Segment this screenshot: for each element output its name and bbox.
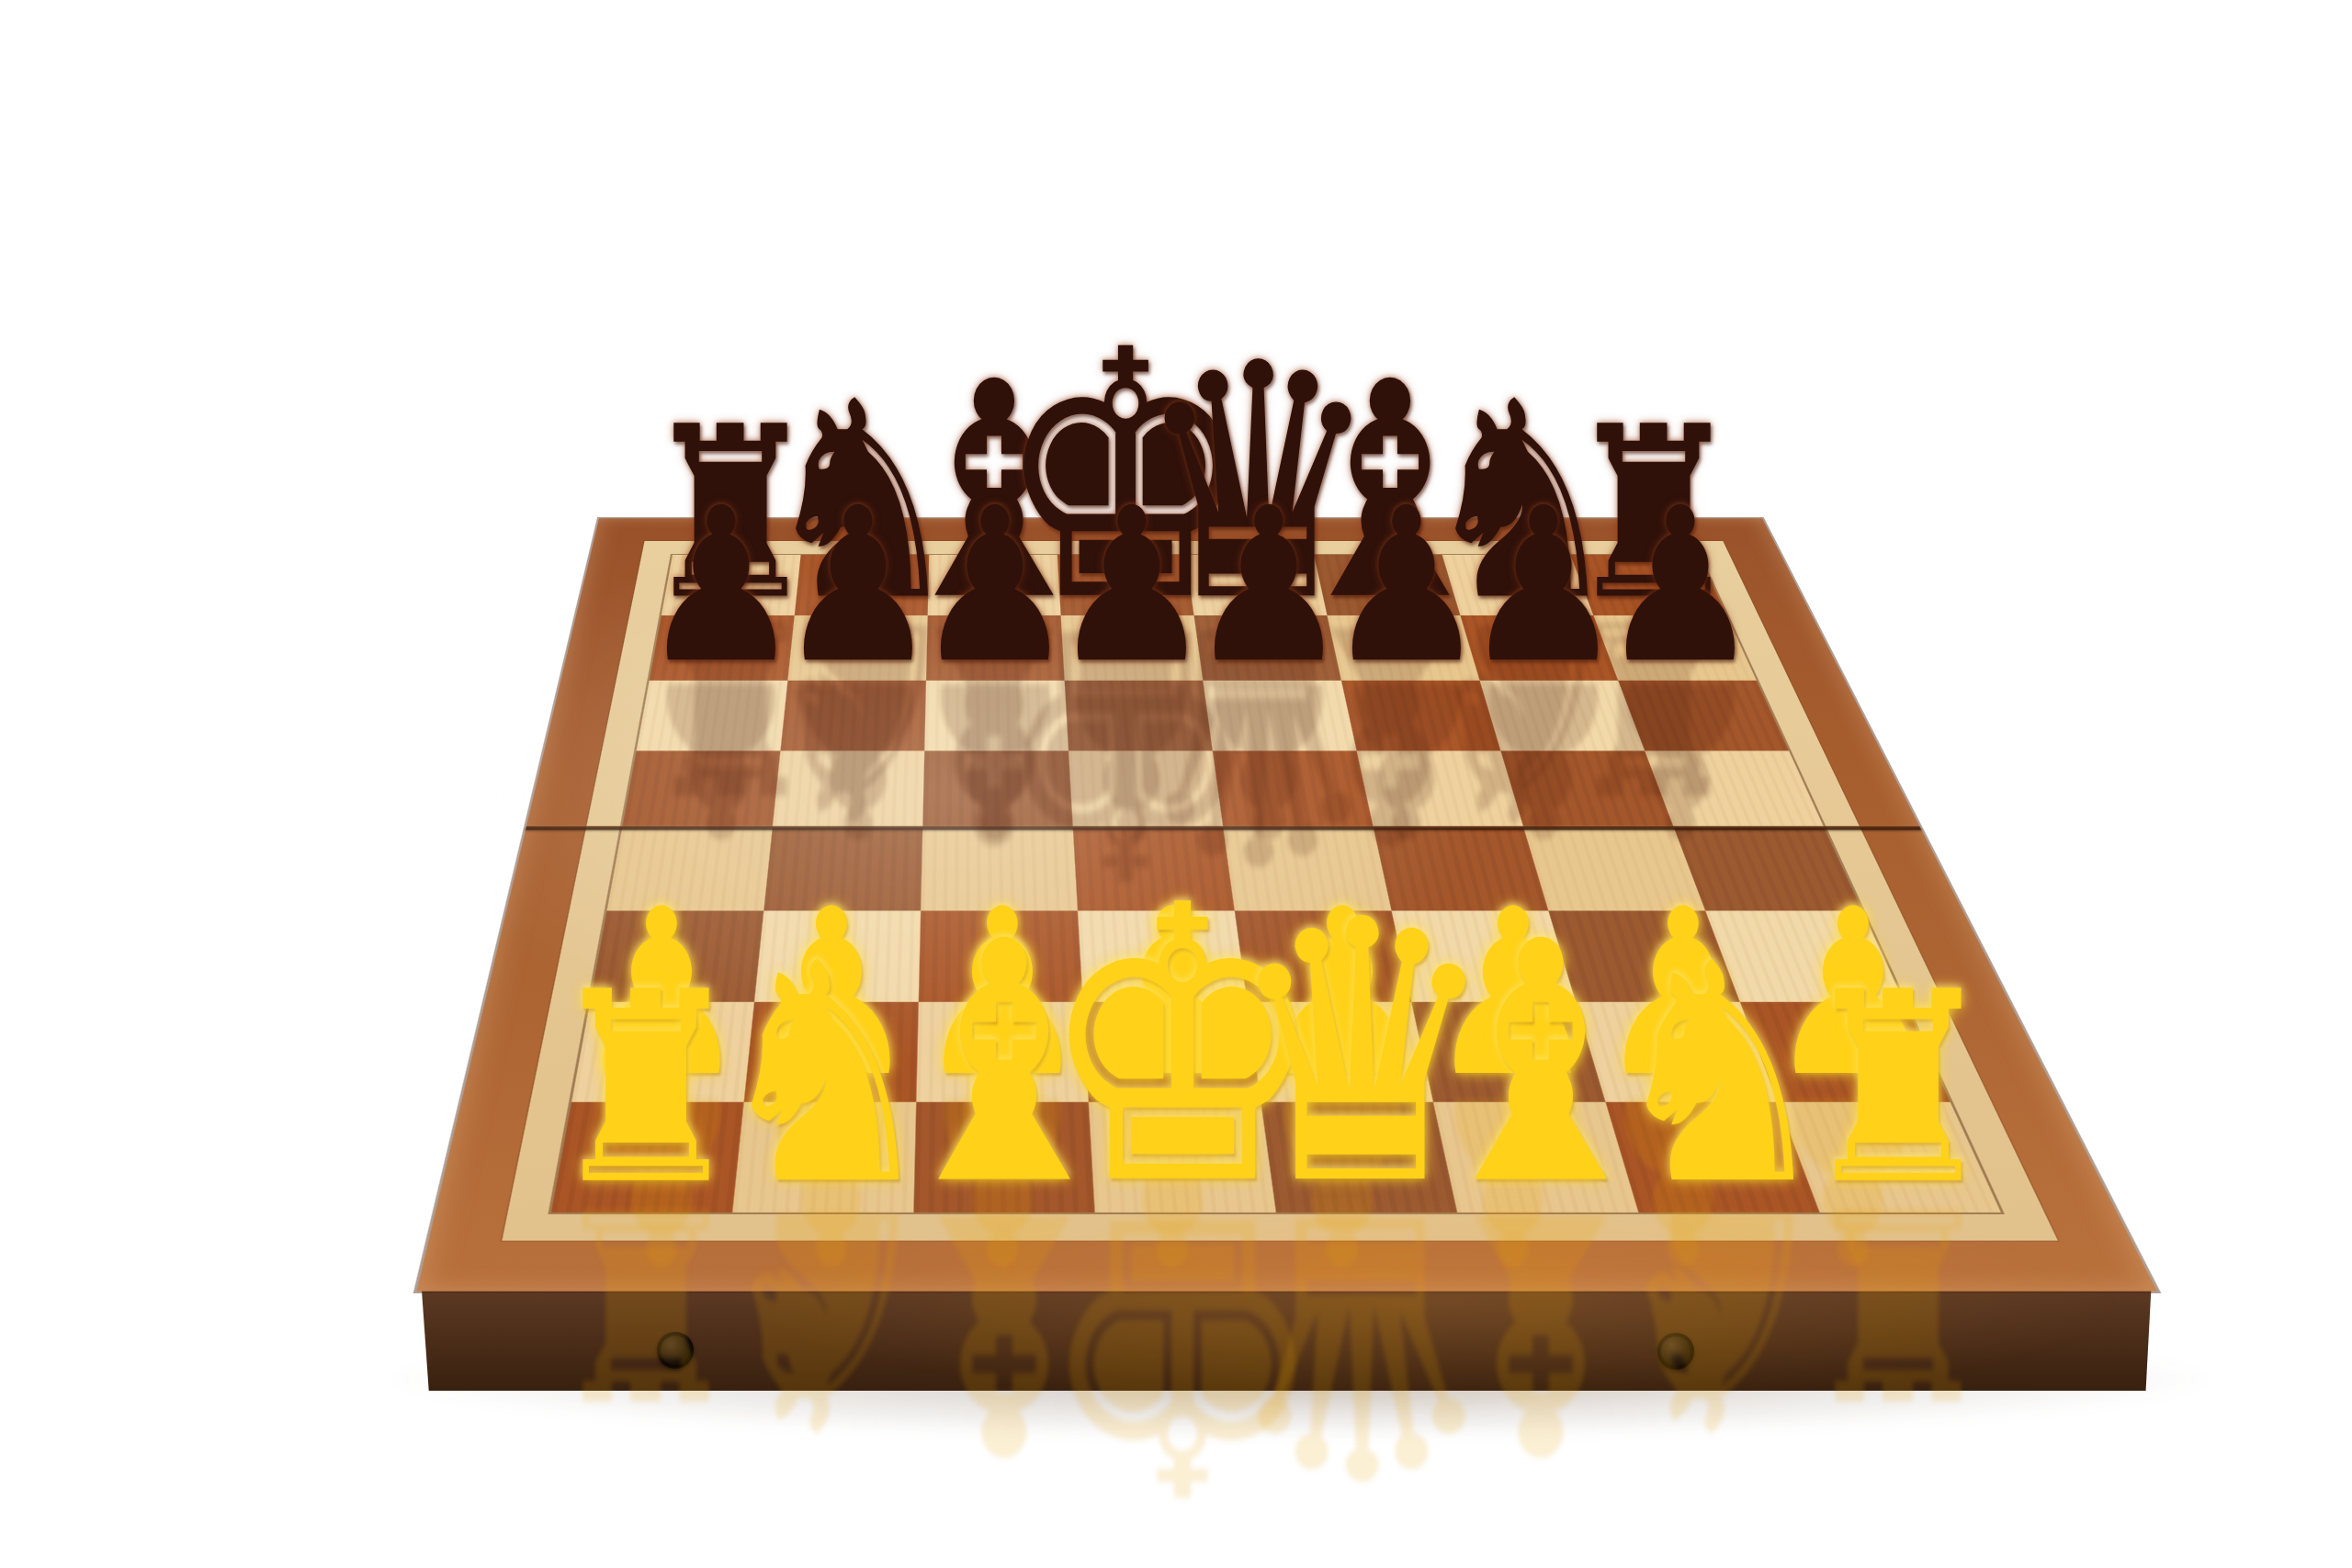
piece-white-rook[interactable]: ♜ xyxy=(1798,957,1998,1221)
chess-photo-scene: ♜♜♞♞♝♝♚♚♛♛♝♝♞♞♜♜♟♟♟♟♟♟♟♟♟♟♟♟♟♟♟♟♟♟♟♟♟♟♟♟… xyxy=(0,0,2352,1568)
pieces-layer: ♜♜♞♞♝♝♚♚♛♛♝♝♞♞♜♜♟♟♟♟♟♟♟♟♟♟♟♟♟♟♟♟♟♟♟♟♟♟♟♟… xyxy=(0,0,2352,1568)
piece-black-pawn[interactable]: ♟ xyxy=(1599,480,1761,694)
